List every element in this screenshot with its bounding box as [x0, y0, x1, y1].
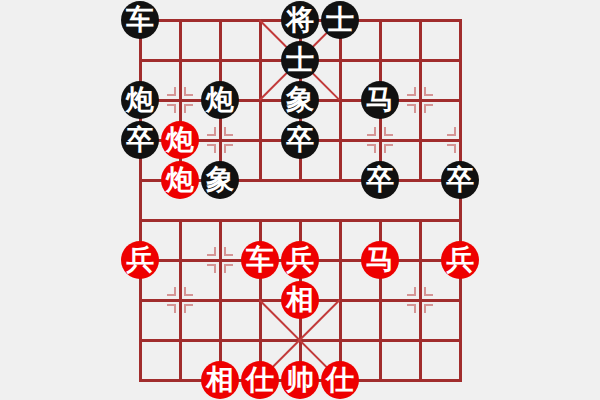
xiangqi-board[interactable]: 车将士士炮炮象马卒炮卒炮象卒卒兵车兵马兵相相仕帅仕 [140, 20, 460, 380]
star-point-marker [224, 264, 233, 273]
piece-red-pawn[interactable]: 兵 [281, 241, 319, 279]
star-point-marker [207, 247, 216, 256]
star-point-marker [407, 87, 416, 96]
star-point-marker [184, 304, 193, 313]
star-point-marker [367, 144, 376, 153]
star-point-marker [224, 247, 233, 256]
star-point-marker [384, 127, 393, 136]
star-point-marker [207, 264, 216, 273]
star-point-marker [184, 287, 193, 296]
piece-red-general[interactable]: 帅 [281, 361, 319, 399]
piece-red-cannon[interactable]: 炮 [161, 121, 199, 159]
star-point-marker [167, 287, 176, 296]
xiangqi-app: 车将士士炮炮象马卒炮卒炮象卒卒兵车兵马兵相相仕帅仕 [0, 0, 600, 400]
piece-black-cannon[interactable]: 炮 [201, 81, 239, 119]
piece-black-cannon[interactable]: 炮 [121, 81, 159, 119]
star-point-marker [447, 144, 456, 153]
piece-red-advisor[interactable]: 仕 [321, 361, 359, 399]
piece-black-pawn[interactable]: 卒 [281, 121, 319, 159]
star-point-marker [167, 87, 176, 96]
star-point-marker [424, 87, 433, 96]
star-point-marker [167, 104, 176, 113]
grid-vline [419, 19, 422, 182]
grid-vline [419, 219, 422, 382]
piece-black-elephant[interactable]: 象 [281, 81, 319, 119]
star-point-marker [407, 287, 416, 296]
star-point-marker [407, 104, 416, 113]
piece-red-horse[interactable]: 马 [361, 241, 399, 279]
star-point-marker [207, 127, 216, 136]
star-point-marker [424, 304, 433, 313]
star-point-marker [224, 144, 233, 153]
piece-red-pawn[interactable]: 兵 [441, 241, 479, 279]
piece-black-elephant[interactable]: 象 [201, 161, 239, 199]
piece-black-general[interactable]: 将 [281, 1, 319, 39]
piece-black-pawn[interactable]: 卒 [121, 121, 159, 159]
star-point-marker [424, 104, 433, 113]
piece-red-advisor[interactable]: 仕 [241, 361, 279, 399]
grid-vline [219, 219, 222, 382]
grid-vline [179, 219, 182, 382]
star-point-marker [184, 87, 193, 96]
star-point-marker [167, 304, 176, 313]
star-point-marker [424, 287, 433, 296]
piece-black-pawn[interactable]: 卒 [361, 161, 399, 199]
star-point-marker [224, 127, 233, 136]
piece-red-elephant[interactable]: 相 [281, 281, 319, 319]
piece-black-advisor[interactable]: 士 [321, 1, 359, 39]
grid-vline [459, 19, 462, 382]
piece-red-cannon[interactable]: 炮 [161, 161, 199, 199]
star-point-marker [407, 304, 416, 313]
piece-red-chariot[interactable]: 车 [241, 241, 279, 279]
star-point-marker [384, 144, 393, 153]
grid-vline [139, 19, 142, 382]
piece-black-pawn[interactable]: 卒 [441, 161, 479, 199]
star-point-marker [207, 144, 216, 153]
piece-black-advisor[interactable]: 士 [281, 41, 319, 79]
piece-black-horse[interactable]: 马 [361, 81, 399, 119]
piece-red-elephant[interactable]: 相 [201, 361, 239, 399]
star-point-marker [447, 127, 456, 136]
piece-black-chariot[interactable]: 车 [121, 1, 159, 39]
star-point-marker [367, 127, 376, 136]
piece-red-pawn[interactable]: 兵 [121, 241, 159, 279]
star-point-marker [184, 104, 193, 113]
